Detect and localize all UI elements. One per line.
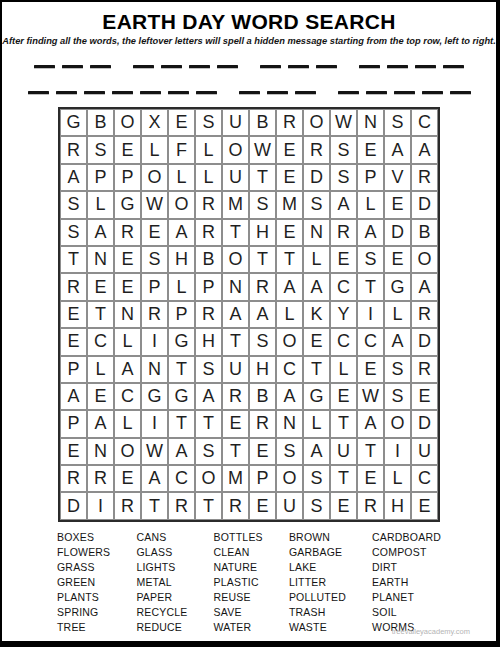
grid-cell: T bbox=[168, 356, 195, 383]
grid-cell: S bbox=[141, 246, 168, 273]
blank-letter-dash bbox=[161, 65, 182, 68]
grid-cell: E bbox=[168, 109, 195, 136]
grid-cell: R bbox=[357, 492, 384, 519]
grid-cell: S bbox=[87, 136, 114, 163]
grid-cell: W bbox=[249, 136, 276, 163]
grid-cell: M bbox=[222, 191, 249, 218]
blank-letter-dash bbox=[295, 91, 316, 94]
grid-cell: R bbox=[330, 219, 357, 246]
grid-cell: A bbox=[330, 191, 357, 218]
grid-cell: G bbox=[141, 383, 168, 410]
grid-cell: C bbox=[114, 383, 141, 410]
grid-cell: T bbox=[195, 492, 222, 519]
grid-cell: E bbox=[384, 191, 411, 218]
blank-word-group bbox=[28, 91, 217, 94]
grid-cell: E bbox=[384, 246, 411, 273]
grid-cell: R bbox=[303, 136, 330, 163]
grid-cell: P bbox=[195, 273, 222, 300]
grid-cell: R bbox=[168, 492, 195, 519]
blank-letter-dash bbox=[196, 91, 217, 94]
watermark: treevalleyacademy.com bbox=[392, 627, 470, 636]
grid-cell: C bbox=[276, 356, 303, 383]
grid-cell: E bbox=[357, 136, 384, 163]
blank-letter-dash bbox=[56, 91, 77, 94]
grid-cell: A bbox=[87, 219, 114, 246]
grid-cell: A bbox=[303, 273, 330, 300]
grid-cell: L bbox=[303, 410, 330, 437]
grid-cell: P bbox=[357, 164, 384, 191]
grid-cell: N bbox=[141, 356, 168, 383]
grid-cell: O bbox=[276, 465, 303, 492]
word-bank-item: REUSE bbox=[214, 592, 263, 603]
word-bank-column: BOTTLESCLEANNATUREPLASTICREUSESAVEWATER bbox=[214, 532, 263, 633]
word-bank-item: TRASH bbox=[289, 607, 346, 618]
grid-cell: T bbox=[222, 328, 249, 355]
grid-cell: M bbox=[276, 191, 303, 218]
grid-cell: T bbox=[276, 246, 303, 273]
blank-letter-dash bbox=[168, 91, 189, 94]
word-bank-item: LITTER bbox=[289, 577, 346, 588]
grid-cell: O bbox=[114, 438, 141, 465]
grid-cell: L bbox=[114, 328, 141, 355]
page-subtitle: After finding all the words, the leftove… bbox=[2, 36, 496, 47]
grid-cell: E bbox=[87, 273, 114, 300]
page-title: EARTH DAY WORD SEARCH bbox=[2, 10, 496, 34]
blank-line bbox=[2, 91, 496, 94]
grid-cell: O bbox=[168, 191, 195, 218]
word-bank-item: WATER bbox=[214, 622, 263, 633]
grid-cell: E bbox=[276, 219, 303, 246]
grid-cell: B bbox=[249, 109, 276, 136]
grid-cell: D bbox=[60, 492, 87, 519]
grid-cell: T bbox=[330, 465, 357, 492]
grid-cell: O bbox=[384, 410, 411, 437]
grid-cell: O bbox=[141, 164, 168, 191]
grid-cell: L bbox=[384, 465, 411, 492]
grid-cell: D bbox=[411, 328, 438, 355]
grid-cell: U bbox=[222, 164, 249, 191]
blank-letter-dash bbox=[288, 65, 309, 68]
grid-cell: N bbox=[114, 301, 141, 328]
word-bank-item: GRASS bbox=[57, 562, 110, 573]
grid-cell: W bbox=[330, 109, 357, 136]
grid-cell: F bbox=[168, 136, 195, 163]
word-bank-item: GARBAGE bbox=[289, 547, 346, 558]
grid-cell: T bbox=[249, 246, 276, 273]
grid-cell: A bbox=[384, 328, 411, 355]
word-bank-item: NATURE bbox=[214, 562, 263, 573]
blank-word-group bbox=[34, 65, 111, 68]
grid-cell: S bbox=[60, 219, 87, 246]
grid-cell: O bbox=[222, 136, 249, 163]
grid-cell: C bbox=[168, 465, 195, 492]
word-bank-column: BROWNGARBAGELAKELITTERPOLLUTEDTRASHWASTE bbox=[289, 532, 346, 633]
grid-cell: E bbox=[114, 273, 141, 300]
blank-letter-dash bbox=[217, 65, 238, 68]
word-bank-item: GLASS bbox=[136, 547, 187, 558]
grid-cell: L bbox=[330, 356, 357, 383]
grid-cell: R bbox=[114, 492, 141, 519]
grid-cell: S bbox=[60, 191, 87, 218]
word-bank-item: BOTTLES bbox=[214, 532, 263, 543]
grid-cell: A bbox=[114, 356, 141, 383]
grid-cell: H bbox=[384, 492, 411, 519]
grid-cell: I bbox=[357, 301, 384, 328]
grid-cell: D bbox=[411, 191, 438, 218]
grid-cell: G bbox=[168, 383, 195, 410]
grid-cell: S bbox=[303, 465, 330, 492]
grid-cell: O bbox=[411, 246, 438, 273]
grid-cell: E bbox=[114, 246, 141, 273]
grid-cell: G bbox=[303, 383, 330, 410]
word-bank-item: PLANTS bbox=[57, 592, 110, 603]
grid-cell: W bbox=[357, 383, 384, 410]
grid-cell: E bbox=[276, 136, 303, 163]
grid-cell: H bbox=[168, 246, 195, 273]
grid-cell: P bbox=[60, 410, 87, 437]
word-bank-item: CLEAN bbox=[214, 547, 263, 558]
grid-cell: A bbox=[411, 273, 438, 300]
grid-cell: L bbox=[195, 164, 222, 191]
grid-cell: G bbox=[384, 273, 411, 300]
grid-cell: A bbox=[303, 438, 330, 465]
grid-cell: I bbox=[87, 492, 114, 519]
grid-cell: E bbox=[330, 383, 357, 410]
grid-cell: L bbox=[87, 356, 114, 383]
grid-cell: X bbox=[141, 109, 168, 136]
grid-cell: R bbox=[87, 465, 114, 492]
grid-cell: E bbox=[60, 328, 87, 355]
grid-cell: P bbox=[60, 356, 87, 383]
grid-cell: L bbox=[114, 410, 141, 437]
grid-cell: A bbox=[195, 383, 222, 410]
grid-cell: A bbox=[249, 301, 276, 328]
grid-cell: E bbox=[114, 465, 141, 492]
grid-cell: E bbox=[249, 492, 276, 519]
grid-cell: G bbox=[168, 328, 195, 355]
word-bank-item: DIRT bbox=[372, 562, 441, 573]
grid-cell: O bbox=[114, 109, 141, 136]
grid-cell: A bbox=[276, 383, 303, 410]
grid-cell: E bbox=[330, 246, 357, 273]
blank-letter-dash bbox=[443, 65, 464, 68]
word-bank-item: PLASTIC bbox=[214, 577, 263, 588]
grid-cell: T bbox=[141, 492, 168, 519]
grid-cell: C bbox=[87, 328, 114, 355]
grid-cell: T bbox=[303, 356, 330, 383]
grid-cell: U bbox=[222, 109, 249, 136]
grid-cell: L bbox=[195, 136, 222, 163]
grid-cell: Y bbox=[330, 301, 357, 328]
word-bank-item: CARDBOARD bbox=[372, 532, 441, 543]
grid-cell: O bbox=[222, 246, 249, 273]
blank-letter-dash bbox=[189, 65, 210, 68]
blank-word-group bbox=[338, 91, 471, 94]
grid-cell: N bbox=[222, 273, 249, 300]
grid-cell: P bbox=[141, 273, 168, 300]
grid-cell: A bbox=[384, 136, 411, 163]
grid-cell: B bbox=[195, 246, 222, 273]
word-bank-item: SPRING bbox=[57, 607, 110, 618]
blank-line bbox=[2, 65, 496, 68]
grid-cell: A bbox=[357, 219, 384, 246]
word-bank-item: BOXES bbox=[57, 532, 110, 543]
grid-cell: E bbox=[141, 219, 168, 246]
grid-cell: L bbox=[141, 136, 168, 163]
grid-cell: E bbox=[60, 438, 87, 465]
grid-cell: W bbox=[141, 191, 168, 218]
grid-cell: U bbox=[276, 492, 303, 519]
grid-cell: L bbox=[87, 191, 114, 218]
puzzle-grid-container: GBOXESUBROWNSCRSELFLOWERSEAAAPPOLLUTEDSP… bbox=[58, 107, 440, 522]
grid-cell: U bbox=[411, 438, 438, 465]
blank-letter-dash bbox=[133, 65, 154, 68]
grid-cell: S bbox=[330, 164, 357, 191]
grid-cell: H bbox=[195, 328, 222, 355]
grid-cell: R bbox=[195, 301, 222, 328]
puzzle-grid: GBOXESUBROWNSCRSELFLOWERSEAAAPPOLLUTEDSP… bbox=[58, 107, 440, 522]
grid-cell: S bbox=[357, 246, 384, 273]
grid-cell: A bbox=[357, 410, 384, 437]
grid-cell: L bbox=[303, 246, 330, 273]
grid-cell: N bbox=[276, 410, 303, 437]
grid-cell: E bbox=[411, 492, 438, 519]
grid-cell: B bbox=[249, 383, 276, 410]
word-bank-item: LAKE bbox=[289, 562, 346, 573]
grid-cell: E bbox=[303, 328, 330, 355]
blank-letter-dash bbox=[34, 65, 55, 68]
grid-cell: D bbox=[384, 219, 411, 246]
grid-cell: R bbox=[411, 301, 438, 328]
blank-word-group bbox=[239, 91, 316, 94]
grid-cell: T bbox=[195, 410, 222, 437]
word-bank-item: PAPER bbox=[136, 592, 187, 603]
grid-cell: E bbox=[249, 438, 276, 465]
grid-cell: T bbox=[87, 301, 114, 328]
grid-cell: T bbox=[249, 164, 276, 191]
worksheet-page: EARTH DAY WORD SEARCH After finding all … bbox=[0, 0, 500, 647]
blank-letter-dash bbox=[28, 91, 49, 94]
grid-cell: N bbox=[303, 219, 330, 246]
word-bank-item: PLANET bbox=[372, 592, 441, 603]
grid-cell: L bbox=[168, 164, 195, 191]
grid-cell: R bbox=[60, 136, 87, 163]
grid-cell: P bbox=[114, 164, 141, 191]
grid-cell: R bbox=[60, 465, 87, 492]
word-bank-item: CANS bbox=[136, 532, 187, 543]
grid-cell: S bbox=[303, 191, 330, 218]
grid-cell: G bbox=[114, 191, 141, 218]
grid-cell: R bbox=[114, 219, 141, 246]
blank-letter-dash bbox=[140, 91, 161, 94]
grid-cell: R bbox=[195, 219, 222, 246]
blank-word-group bbox=[359, 65, 464, 68]
blank-letter-dash bbox=[239, 91, 260, 94]
word-bank-item: RECYCLE bbox=[136, 607, 187, 618]
word-bank-item: LIGHTS bbox=[136, 562, 187, 573]
blank-word-group bbox=[260, 65, 337, 68]
grid-cell: U bbox=[330, 438, 357, 465]
grid-cell: U bbox=[222, 356, 249, 383]
grid-cell: O bbox=[195, 465, 222, 492]
grid-cell: T bbox=[357, 273, 384, 300]
grid-cell: P bbox=[249, 465, 276, 492]
grid-cell: C bbox=[330, 328, 357, 355]
grid-cell: A bbox=[276, 273, 303, 300]
grid-cell: R bbox=[276, 109, 303, 136]
grid-cell: A bbox=[168, 219, 195, 246]
grid-cell: T bbox=[60, 246, 87, 273]
word-bank-item: REDUCE bbox=[136, 622, 187, 633]
grid-cell: S bbox=[249, 328, 276, 355]
grid-cell: E bbox=[276, 164, 303, 191]
blank-letter-dash bbox=[387, 65, 408, 68]
blank-letter-dash bbox=[394, 91, 415, 94]
blank-letter-dash bbox=[267, 91, 288, 94]
word-bank-item: SAVE bbox=[214, 607, 263, 618]
grid-cell: I bbox=[141, 328, 168, 355]
grid-cell: S bbox=[276, 438, 303, 465]
grid-cell: A bbox=[60, 383, 87, 410]
grid-cell: N bbox=[87, 246, 114, 273]
grid-cell: S bbox=[249, 191, 276, 218]
grid-cell: R bbox=[411, 164, 438, 191]
grid-cell: S bbox=[384, 383, 411, 410]
word-bank-item: COMPOST bbox=[372, 547, 441, 558]
grid-cell: L bbox=[168, 273, 195, 300]
grid-cell: A bbox=[141, 465, 168, 492]
grid-cell: I bbox=[141, 410, 168, 437]
grid-cell: R bbox=[141, 301, 168, 328]
grid-cell: T bbox=[222, 438, 249, 465]
word-bank-column: BOXESFLOWERSGRASSGREENPLANTSSPRINGTREE bbox=[57, 532, 110, 633]
grid-cell: O bbox=[276, 328, 303, 355]
grid-cell: A bbox=[60, 164, 87, 191]
grid-cell: C bbox=[357, 328, 384, 355]
grid-cell: R bbox=[411, 356, 438, 383]
grid-cell: C bbox=[411, 465, 438, 492]
blank-letter-dash bbox=[338, 91, 359, 94]
grid-cell: C bbox=[330, 273, 357, 300]
grid-cell: N bbox=[357, 109, 384, 136]
grid-cell: O bbox=[303, 109, 330, 136]
grid-cell: N bbox=[87, 438, 114, 465]
grid-cell: S bbox=[303, 492, 330, 519]
word-bank-item: SOIL bbox=[372, 607, 441, 618]
grid-cell: A bbox=[168, 438, 195, 465]
blank-letter-dash bbox=[450, 91, 471, 94]
grid-cell: L bbox=[276, 301, 303, 328]
word-bank-item: EARTH bbox=[372, 577, 441, 588]
grid-cell: A bbox=[222, 301, 249, 328]
grid-cell: E bbox=[357, 465, 384, 492]
grid-cell: A bbox=[87, 410, 114, 437]
grid-cell: T bbox=[357, 438, 384, 465]
word-bank-item: METAL bbox=[136, 577, 187, 588]
blank-letter-dash bbox=[422, 91, 443, 94]
grid-cell: E bbox=[114, 136, 141, 163]
hidden-message-blanks bbox=[2, 65, 496, 94]
blank-letter-dash bbox=[366, 91, 387, 94]
grid-cell: W bbox=[141, 438, 168, 465]
grid-cell: S bbox=[195, 356, 222, 383]
grid-cell: S bbox=[384, 109, 411, 136]
grid-cell: M bbox=[222, 465, 249, 492]
blank-letter-dash bbox=[62, 65, 83, 68]
grid-cell: R bbox=[60, 273, 87, 300]
grid-cell: R bbox=[249, 410, 276, 437]
grid-cell: D bbox=[303, 164, 330, 191]
grid-cell: I bbox=[384, 438, 411, 465]
word-bank-item: BROWN bbox=[289, 532, 346, 543]
grid-cell: E bbox=[330, 492, 357, 519]
grid-cell: T bbox=[168, 410, 195, 437]
blank-letter-dash bbox=[260, 65, 281, 68]
blank-letter-dash bbox=[359, 65, 380, 68]
blank-word-group bbox=[133, 65, 238, 68]
grid-cell: S bbox=[384, 356, 411, 383]
grid-cell: E bbox=[87, 383, 114, 410]
grid-cell: C bbox=[411, 109, 438, 136]
word-bank-item: TREE bbox=[57, 622, 110, 633]
word-bank-item: POLLUTED bbox=[289, 592, 346, 603]
grid-cell: P bbox=[87, 164, 114, 191]
word-bank-item: FLOWERS bbox=[57, 547, 110, 558]
word-bank-item: GREEN bbox=[57, 577, 110, 588]
grid-cell: R bbox=[195, 191, 222, 218]
grid-cell: E bbox=[411, 383, 438, 410]
grid-cell: R bbox=[222, 492, 249, 519]
grid-cell: T bbox=[222, 219, 249, 246]
grid-cell: H bbox=[249, 356, 276, 383]
word-bank-column: CANSGLASSLIGHTSMETALPAPERRECYCLEREDUCE bbox=[136, 532, 187, 633]
grid-cell: E bbox=[222, 410, 249, 437]
grid-cell: D bbox=[411, 410, 438, 437]
grid-cell: R bbox=[249, 273, 276, 300]
grid-cell: G bbox=[60, 109, 87, 136]
blank-letter-dash bbox=[112, 91, 133, 94]
blank-letter-dash bbox=[316, 65, 337, 68]
grid-cell: E bbox=[60, 301, 87, 328]
grid-cell: K bbox=[303, 301, 330, 328]
word-bank-column: CARDBOARDCOMPOSTDIRTEARTHPLANETSOILWORMS bbox=[372, 532, 441, 633]
grid-cell: S bbox=[195, 109, 222, 136]
blank-letter-dash bbox=[84, 91, 105, 94]
grid-cell: S bbox=[195, 438, 222, 465]
grid-cell: L bbox=[384, 301, 411, 328]
grid-cell: H bbox=[249, 219, 276, 246]
grid-cell: L bbox=[357, 191, 384, 218]
grid-cell: E bbox=[357, 356, 384, 383]
blank-letter-dash bbox=[90, 65, 111, 68]
grid-cell: A bbox=[411, 136, 438, 163]
grid-cell: P bbox=[168, 301, 195, 328]
grid-cell: T bbox=[330, 410, 357, 437]
word-bank: BOXESFLOWERSGRASSGREENPLANTSSPRINGTREECA… bbox=[57, 532, 441, 633]
grid-cell: R bbox=[222, 383, 249, 410]
grid-cell: V bbox=[384, 164, 411, 191]
blank-letter-dash bbox=[415, 65, 436, 68]
grid-cell: B bbox=[411, 219, 438, 246]
grid-cell: B bbox=[87, 109, 114, 136]
grid-cell: S bbox=[330, 136, 357, 163]
word-bank-item: WASTE bbox=[289, 622, 346, 633]
